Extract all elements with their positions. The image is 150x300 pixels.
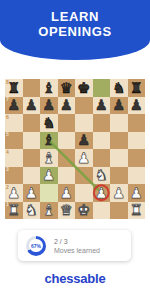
square-d6[interactable] <box>58 114 76 132</box>
square-e1[interactable]: ♚ <box>75 202 93 220</box>
progress-fraction: 2 / 3 <box>54 237 100 246</box>
piece-black-pawn: ♟ <box>128 97 146 115</box>
square-a1[interactable]: 1♜ <box>5 202 23 220</box>
piece-white-pawn: ♟ <box>58 184 76 202</box>
square-b8[interactable] <box>23 79 41 97</box>
piece-black-pawn: ♟ <box>40 97 58 115</box>
rank-label-5: 5 <box>6 132 9 137</box>
piece-white-pawn: ♟ <box>128 184 146 202</box>
piece-white-rook: ♜ <box>128 202 146 220</box>
square-b2[interactable]: ♟ <box>23 184 41 202</box>
square-b4[interactable] <box>23 149 41 167</box>
square-g3[interactable] <box>110 167 128 185</box>
square-c2[interactable] <box>40 184 58 202</box>
square-b7[interactable]: ♟ <box>23 97 41 115</box>
square-e2[interactable] <box>75 184 93 202</box>
piece-black-bishop: ♝ <box>40 132 58 150</box>
piece-black-pawn: ♟ <box>5 97 23 115</box>
piece-white-bishop: ♝ <box>40 149 58 167</box>
piece-white-bishop: ♝ <box>40 202 58 220</box>
square-h3[interactable] <box>128 167 146 185</box>
piece-white-king: ♚ <box>75 202 93 220</box>
piece-white-pawn: ♟ <box>40 167 58 185</box>
square-b5[interactable] <box>23 132 41 150</box>
square-g5[interactable] <box>110 132 128 150</box>
piece-white-queen: ♛ <box>58 202 76 220</box>
square-f3[interactable]: ♞ <box>93 167 111 185</box>
piece-black-pawn: ♟ <box>110 97 128 115</box>
square-h7[interactable]: ♟ <box>128 97 146 115</box>
rank-label-4: 4 <box>6 150 9 155</box>
square-h1[interactable]: ♜ <box>128 202 146 220</box>
piece-black-pawn: ♟ <box>58 97 76 115</box>
piece-white-pawn: ♟ <box>5 184 23 202</box>
piece-white-knight: ♞ <box>23 202 41 220</box>
square-c5[interactable]: ♝ <box>40 132 58 150</box>
piece-black-knight: ♞ <box>40 114 58 132</box>
square-e7[interactable] <box>75 97 93 115</box>
square-c8[interactable]: ♝ <box>40 79 58 97</box>
square-d5[interactable] <box>58 132 76 150</box>
piece-black-rook: ♜ <box>5 79 23 97</box>
piece-white-pawn: ♟ <box>93 184 111 202</box>
square-c1[interactable]: ♝ <box>40 202 58 220</box>
progress-caption: Moves learned <box>54 246 100 255</box>
square-a3[interactable]: 3 <box>5 167 23 185</box>
square-d4[interactable] <box>58 149 76 167</box>
piece-black-bishop: ♝ <box>40 79 58 97</box>
square-e4[interactable]: ♟ <box>75 149 93 167</box>
square-g7[interactable]: ♟ <box>110 97 128 115</box>
square-h6[interactable] <box>128 114 146 132</box>
piece-black-knight: ♞ <box>110 79 128 97</box>
square-g2[interactable]: ♟ <box>110 184 128 202</box>
square-c4[interactable]: ♝ <box>40 149 58 167</box>
square-g4[interactable] <box>110 149 128 167</box>
piece-black-queen: ♛ <box>58 79 76 97</box>
square-d3[interactable] <box>58 167 76 185</box>
square-f6[interactable] <box>93 114 111 132</box>
header-line-2: OPENINGS <box>0 25 150 40</box>
square-d7[interactable]: ♟ <box>58 97 76 115</box>
square-h8[interactable]: ♜ <box>128 79 146 97</box>
piece-white-knight: ♞ <box>93 167 111 185</box>
square-g1[interactable] <box>110 202 128 220</box>
square-c7[interactable]: ♟ <box>40 97 58 115</box>
rank-label-3: 3 <box>6 167 9 172</box>
square-f7[interactable]: ♟ <box>93 97 111 115</box>
header-line-1: LEARN <box>0 0 150 25</box>
square-f1[interactable] <box>93 202 111 220</box>
square-h4[interactable] <box>128 149 146 167</box>
progress-card: 67% 2 / 3 Moves learned <box>18 230 131 261</box>
square-e5[interactable]: ♟ <box>75 132 93 150</box>
piece-white-pawn: ♟ <box>23 184 41 202</box>
piece-black-pawn: ♟ <box>93 97 111 115</box>
piece-white-rook: ♜ <box>5 202 23 220</box>
progress-text: 2 / 3 Moves learned <box>54 237 100 255</box>
square-d8[interactable]: ♛ <box>58 79 76 97</box>
square-d2[interactable]: ♟ <box>58 184 76 202</box>
piece-black-pawn: ♟ <box>23 97 41 115</box>
square-f8[interactable] <box>93 79 111 97</box>
square-f2[interactable]: ♟ <box>93 184 111 202</box>
square-c6[interactable]: ♞ <box>40 114 58 132</box>
square-f4[interactable] <box>93 149 111 167</box>
square-a6[interactable]: 6 <box>5 114 23 132</box>
header-banner: LEARN OPENINGS <box>0 0 150 60</box>
progress-percent: 67% <box>29 239 43 253</box>
chess-board[interactable]: 8♜♝♛♚♞♜7♟♟♟♟♟♟♟6♞5♝♟4♝♟3♟♞2♟♟♟♟♟♟1♜♞♝♛♚♜ <box>5 79 145 219</box>
square-h5[interactable] <box>128 132 146 150</box>
square-f5[interactable] <box>93 132 111 150</box>
square-a4[interactable]: 4 <box>5 149 23 167</box>
square-d1[interactable]: ♛ <box>58 202 76 220</box>
square-a2[interactable]: 2♟ <box>5 184 23 202</box>
square-g6[interactable] <box>110 114 128 132</box>
square-b1[interactable]: ♞ <box>23 202 41 220</box>
piece-white-pawn: ♟ <box>110 184 128 202</box>
square-g8[interactable]: ♞ <box>110 79 128 97</box>
square-b3[interactable] <box>23 167 41 185</box>
square-h2[interactable]: ♟ <box>128 184 146 202</box>
square-a5[interactable]: 5 <box>5 132 23 150</box>
square-c3[interactable]: ♟ <box>40 167 58 185</box>
piece-white-pawn: ♟ <box>75 149 93 167</box>
progress-ring: 67% <box>26 236 46 256</box>
rank-label-6: 6 <box>6 115 9 120</box>
square-a7[interactable]: 7♟ <box>5 97 23 115</box>
piece-black-rook: ♜ <box>128 79 146 97</box>
piece-black-king: ♚ <box>75 79 93 97</box>
square-e8[interactable]: ♚ <box>75 79 93 97</box>
chessable-logo: chessable <box>0 271 150 286</box>
square-a8[interactable]: 8♜ <box>5 79 23 97</box>
square-e3[interactable] <box>75 167 93 185</box>
piece-black-pawn: ♟ <box>75 132 93 150</box>
square-b6[interactable] <box>23 114 41 132</box>
square-e6[interactable] <box>75 114 93 132</box>
